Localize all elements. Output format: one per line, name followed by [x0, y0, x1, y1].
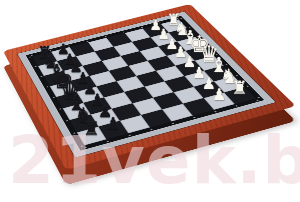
watermark-text: 21vek.by: [8, 122, 300, 199]
product-photo: ♜♞♝♛♚♝♞♜♟♟♟♟♟♟♟♟♟♟♟♟♟♟♟♟♜♞♝♛♚♝♞♜ 21vek.b…: [0, 0, 300, 202]
